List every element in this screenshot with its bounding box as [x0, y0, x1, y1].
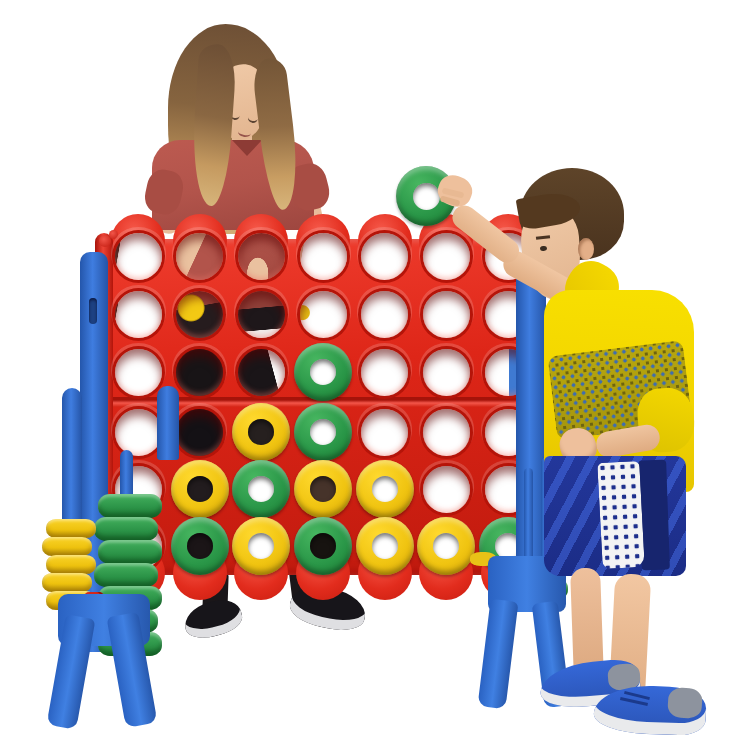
spare-sidedisc-g-1 [98, 494, 162, 518]
yellow-disc-r6c6 [417, 517, 475, 575]
yellow-disc-r5c2 [171, 460, 229, 518]
cell-r3c2 [176, 349, 223, 396]
green-disc-r6c2 [171, 517, 229, 575]
cell-r2c4 [300, 291, 347, 338]
cell-r1c6 [423, 233, 470, 280]
green-disc-r6c4 [294, 517, 352, 575]
green-disc-r3c4 [294, 343, 352, 401]
cell-r2c6 [423, 291, 470, 338]
left-spare-pole [157, 386, 179, 460]
boy-shoe-front-collar [667, 687, 703, 719]
spare-sidedisc-g-3 [98, 540, 162, 564]
left-foot-front [47, 614, 96, 730]
yellow-disc-r6c5 [356, 517, 414, 575]
cell-r3c3 [238, 349, 285, 396]
spare-sidedisc-g-2 [94, 517, 158, 541]
spare-sidedisc-y-1 [46, 519, 96, 538]
yellow-disc-r4c3 [232, 403, 290, 461]
cell-r3c6 [423, 349, 470, 396]
cell-r2c3 [238, 291, 285, 338]
product-photo-giant-connect-four [0, 0, 750, 750]
cell-r3c5 [361, 349, 408, 396]
cell-r4c2 [176, 409, 223, 456]
cell-r5c6 [423, 466, 470, 513]
yellow-disc-r5c5 [356, 460, 414, 518]
left-post-hole [89, 298, 97, 324]
cell-r4c6 [423, 409, 470, 456]
cell-r1c5 [361, 233, 408, 280]
green-disc-r5c3 [232, 460, 290, 518]
cell-r4c1 [115, 409, 162, 456]
right-foot-front [478, 599, 519, 710]
cell-r1c4 [300, 233, 347, 280]
cell-r3c1 [115, 349, 162, 396]
spare-sidedisc-g-4 [94, 563, 158, 587]
green-disc-r4c4 [294, 403, 352, 461]
cell-r2c5 [361, 291, 408, 338]
boy-ear [578, 238, 594, 260]
cell-r2c2 [176, 291, 223, 338]
cell-r2c1 [115, 291, 162, 338]
cell-r1c3 [238, 233, 285, 280]
spare-sidedisc-y-3 [46, 555, 96, 574]
green-rack-pole [120, 450, 133, 500]
cell-r1c2 [176, 233, 223, 280]
boy-shorts-panel [597, 461, 644, 569]
yellow-disc-r5c4 [294, 460, 352, 518]
spare-sidedisc-y-4 [42, 573, 92, 592]
cell-r4c5 [361, 409, 408, 456]
spare-sidedisc-y-2 [42, 537, 92, 556]
right-pole-a [524, 468, 533, 568]
cell-r1c1 [115, 233, 162, 280]
yellow-disc-r6c3 [232, 517, 290, 575]
